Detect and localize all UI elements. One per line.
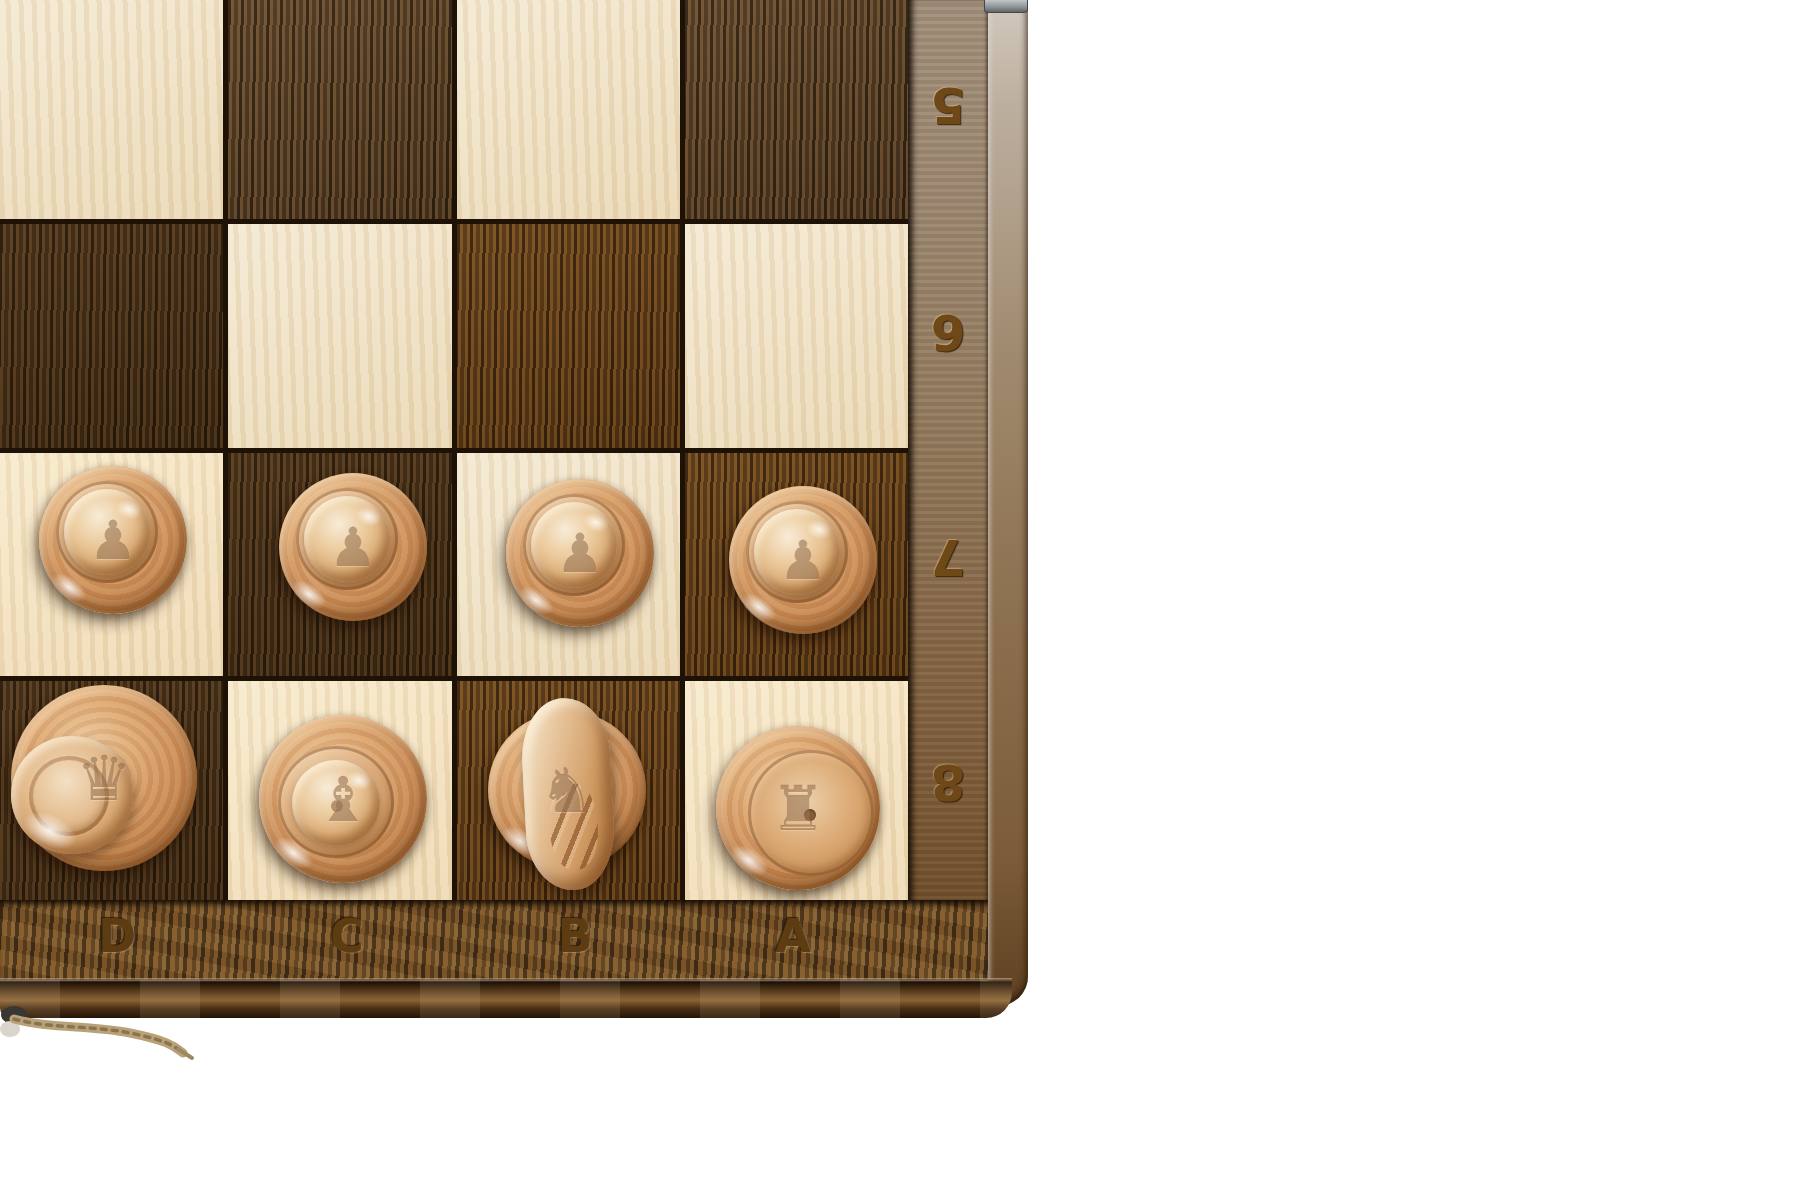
pawn-glyph: ♟	[729, 486, 877, 634]
file-labels-border	[0, 900, 988, 980]
square-d6[interactable]	[0, 224, 223, 447]
piece-b7-pawn[interactable]: ♟	[506, 479, 654, 627]
file-label-b: B	[545, 908, 605, 964]
metal-hinge	[984, 0, 1028, 13]
file-label-a: A	[763, 908, 823, 964]
square-c5[interactable]	[228, 0, 451, 219]
square-a6[interactable]	[685, 224, 908, 447]
file-label-c: C	[317, 908, 377, 964]
square-c6[interactable]	[228, 224, 451, 447]
pawn-glyph: ♟	[279, 473, 427, 621]
queen-glyph: ♛	[11, 685, 197, 871]
board-right-edge	[988, 0, 1028, 1006]
piece-d7-pawn[interactable]: ♟	[39, 466, 187, 614]
knight-glyph: ♞	[488, 711, 646, 869]
rook-glyph: ♜	[716, 726, 880, 890]
rank-label-5: 5	[908, 78, 988, 132]
piece-d8-queen[interactable]: ♛	[11, 685, 197, 871]
square-a5[interactable]	[685, 0, 908, 219]
photo-background: 5 6 7 8 D C B A ♟ ♟ ♟	[0, 0, 1800, 1200]
file-label-d: D	[87, 908, 147, 964]
pawn-glyph: ♟	[506, 479, 654, 627]
bishop-glyph: ♝	[259, 715, 427, 883]
chess-board: 5 6 7 8 D C B A ♟ ♟ ♟	[0, 0, 1032, 1072]
rank-label-6: 6	[908, 305, 988, 359]
pawn-glyph: ♟	[39, 466, 187, 614]
piece-c7-pawn[interactable]: ♟	[279, 473, 427, 621]
square-d5[interactable]	[0, 0, 223, 219]
piece-a8-rook[interactable]: ♜	[716, 726, 880, 890]
rank-label-7: 7	[908, 530, 988, 584]
piece-b8-knight[interactable]: ♞	[488, 711, 646, 869]
piece-c8-bishop[interactable]: ♝	[259, 715, 427, 883]
square-b5[interactable]	[457, 0, 680, 219]
wire-latch	[0, 1003, 200, 1065]
rank-label-8: 8	[908, 755, 988, 809]
piece-a7-pawn[interactable]: ♟	[729, 486, 877, 634]
square-b6[interactable]	[457, 224, 680, 447]
